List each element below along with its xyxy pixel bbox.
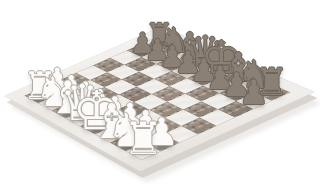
piece-shadow bbox=[224, 90, 249, 97]
piece-white-knight-b1: ♞ bbox=[33, 72, 74, 113]
piece-shadow bbox=[176, 53, 204, 61]
piece-black-knight-b8: ♞ bbox=[157, 23, 192, 58]
piece-shadow bbox=[101, 115, 128, 122]
piece-white-pawn-e2: ♟ bbox=[97, 92, 132, 127]
piece-black-rook-a8: ♜ bbox=[144, 19, 176, 51]
piece-white-rook-h1: ♜ bbox=[121, 117, 166, 162]
piece-white-pawn-f2: ♟ bbox=[112, 99, 148, 135]
piece-shadow bbox=[258, 89, 287, 97]
piece-shadow bbox=[132, 131, 160, 138]
piece-shadow bbox=[51, 107, 85, 116]
piece-black-pawn-f7: ♟ bbox=[204, 62, 236, 94]
piece-black-pawn-h7: ♟ bbox=[237, 76, 271, 110]
piece-white-knight-g1: ♞ bbox=[104, 107, 150, 153]
piece-shadow bbox=[73, 100, 99, 107]
piece-shadow bbox=[116, 123, 144, 130]
piece-shadow bbox=[176, 68, 199, 74]
piece-black-pawn-b7: ♟ bbox=[143, 36, 172, 65]
piece-black-pawn-c7: ♟ bbox=[158, 42, 188, 72]
piece-black-bishop-c8: ♝ bbox=[171, 28, 208, 65]
piece-white-bishop-f1: ♝ bbox=[88, 98, 136, 146]
piece-shadow bbox=[38, 99, 69, 107]
piece-shadow bbox=[223, 74, 253, 82]
piece-shadow bbox=[59, 92, 84, 99]
piece-white-pawn-c2: ♟ bbox=[69, 78, 103, 112]
piece-white-queen-d1: ♛ bbox=[57, 79, 107, 129]
piece-shadow bbox=[241, 98, 267, 105]
piece-shadow bbox=[208, 83, 232, 89]
piece-shadow bbox=[126, 147, 160, 156]
piece-white-pawn-g2: ♟ bbox=[127, 106, 164, 143]
piece-shadow bbox=[63, 114, 101, 124]
piece-white-pawn-d2: ♟ bbox=[83, 85, 118, 120]
piece-shadow bbox=[147, 139, 176, 147]
piece-black-bishop-f8: ♝ bbox=[218, 47, 258, 87]
piece-shadow bbox=[94, 130, 130, 140]
piece-shadow bbox=[204, 66, 239, 75]
piece-white-bishop-c1: ♝ bbox=[46, 76, 90, 120]
piece-shadow bbox=[240, 81, 270, 89]
piece-shadow bbox=[161, 61, 184, 67]
piece-black-king-e8: ♚ bbox=[199, 35, 244, 80]
piece-black-pawn-d7: ♟ bbox=[173, 48, 204, 79]
pieces-layer: ♜♞♝♛♚♝♞♜♟♟♟♟♟♟♟♟♟♟♟♟♟♟♟♟♜♞♝♛♚♝♞♜ bbox=[0, 0, 320, 190]
piece-shadow bbox=[87, 107, 113, 114]
piece-shadow bbox=[132, 47, 154, 53]
piece-shadow bbox=[76, 121, 117, 132]
piece-white-rook-a1: ♜ bbox=[21, 67, 59, 105]
piece-white-pawn-h2: ♟ bbox=[143, 114, 181, 152]
piece-shadow bbox=[192, 75, 216, 81]
piece-black-pawn-g7: ♟ bbox=[220, 69, 253, 102]
piece-black-pawn-a7: ♟ bbox=[128, 30, 157, 59]
piece-shadow bbox=[26, 92, 55, 100]
piece-shadow bbox=[146, 54, 168, 60]
piece-shadow bbox=[161, 46, 187, 53]
piece-white-pawn-a2: ♟ bbox=[41, 64, 73, 96]
piece-black-knight-g8: ♞ bbox=[235, 55, 274, 94]
piece-shadow bbox=[147, 40, 171, 46]
chess-set-product-photo: ♜♞♝♛♚♝♞♜♟♟♟♟♟♟♟♟♟♟♟♟♟♟♟♟♜♞♝♛♚♝♞♜ bbox=[0, 0, 320, 190]
piece-white-king-e1: ♚ bbox=[70, 84, 124, 138]
piece-black-pawn-e7: ♟ bbox=[188, 55, 219, 86]
piece-black-queen-d8: ♛ bbox=[184, 31, 226, 73]
piece-shadow bbox=[45, 85, 70, 92]
piece-black-rook-h8: ♜ bbox=[253, 64, 291, 102]
piece-white-pawn-b2: ♟ bbox=[55, 71, 88, 104]
piece-shadow bbox=[189, 59, 221, 67]
piece-shadow bbox=[110, 139, 145, 148]
